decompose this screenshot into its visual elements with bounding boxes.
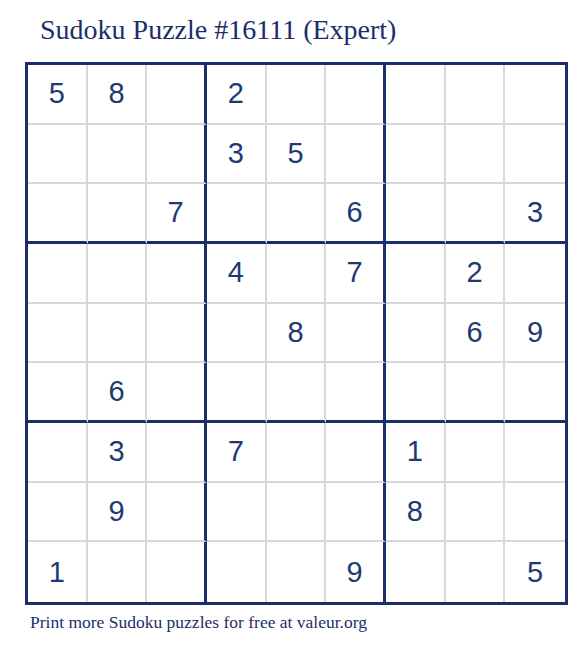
cell-r5c5[interactable]: 8 (267, 304, 327, 364)
cell-r6c8[interactable] (446, 363, 506, 423)
cell-r5c1[interactable] (28, 304, 88, 364)
cell-r2c5[interactable]: 5 (267, 125, 327, 185)
cell-r1c4[interactable]: 2 (207, 65, 267, 125)
cell-r6c7[interactable] (386, 363, 446, 423)
cell-r9c2[interactable] (88, 542, 148, 602)
cell-r5c8[interactable]: 6 (446, 304, 506, 364)
cell-r6c9[interactable] (505, 363, 565, 423)
cell-r3c8[interactable] (446, 184, 506, 244)
cell-r4c1[interactable] (28, 244, 88, 304)
cell-r3c7[interactable] (386, 184, 446, 244)
cell-r5c6[interactable] (326, 304, 386, 364)
cell-r7c3[interactable] (147, 423, 207, 483)
cell-r8c5[interactable] (267, 483, 327, 543)
cell-r7c8[interactable] (446, 423, 506, 483)
cell-r1c2[interactable]: 8 (88, 65, 148, 125)
cell-r1c8[interactable] (446, 65, 506, 125)
cell-r8c7[interactable]: 8 (386, 483, 446, 543)
cell-r6c3[interactable] (147, 363, 207, 423)
cell-r3c2[interactable] (88, 184, 148, 244)
cell-r9c8[interactable] (446, 542, 506, 602)
cell-r3c3[interactable]: 7 (147, 184, 207, 244)
cell-r8c6[interactable] (326, 483, 386, 543)
cell-r6c6[interactable] (326, 363, 386, 423)
cell-r4c6[interactable]: 7 (326, 244, 386, 304)
cell-r5c9[interactable]: 9 (505, 304, 565, 364)
cell-r7c9[interactable] (505, 423, 565, 483)
cell-r9c6[interactable]: 9 (326, 542, 386, 602)
cell-r5c4[interactable] (207, 304, 267, 364)
cell-r4c3[interactable] (147, 244, 207, 304)
cell-r8c3[interactable] (147, 483, 207, 543)
cell-r8c8[interactable] (446, 483, 506, 543)
cell-r2c2[interactable] (88, 125, 148, 185)
cell-r9c9[interactable]: 5 (505, 542, 565, 602)
cell-r7c4[interactable]: 7 (207, 423, 267, 483)
cell-r2c9[interactable] (505, 125, 565, 185)
cell-r4c5[interactable] (267, 244, 327, 304)
cell-r7c2[interactable]: 3 (88, 423, 148, 483)
sudoku-board: 58235763472869637198195 (25, 62, 568, 605)
cell-r3c4[interactable] (207, 184, 267, 244)
cell-r7c6[interactable] (326, 423, 386, 483)
cell-r8c2[interactable]: 9 (88, 483, 148, 543)
cell-r3c5[interactable] (267, 184, 327, 244)
cell-r7c7[interactable]: 1 (386, 423, 446, 483)
cell-r2c8[interactable] (446, 125, 506, 185)
cell-r4c8[interactable]: 2 (446, 244, 506, 304)
cell-r4c7[interactable] (386, 244, 446, 304)
cell-r2c7[interactable] (386, 125, 446, 185)
cell-r3c9[interactable]: 3 (505, 184, 565, 244)
cell-r3c6[interactable]: 6 (326, 184, 386, 244)
cell-r4c9[interactable] (505, 244, 565, 304)
cell-r8c9[interactable] (505, 483, 565, 543)
page: Sudoku Puzzle #16111 (Expert) 5823576347… (0, 0, 580, 651)
cell-r9c4[interactable] (207, 542, 267, 602)
cell-r4c2[interactable] (88, 244, 148, 304)
cell-r8c4[interactable] (207, 483, 267, 543)
cell-r6c5[interactable] (267, 363, 327, 423)
cell-r9c3[interactable] (147, 542, 207, 602)
cell-r5c7[interactable] (386, 304, 446, 364)
cell-r1c7[interactable] (386, 65, 446, 125)
cell-r6c2[interactable]: 6 (88, 363, 148, 423)
cell-r2c3[interactable] (147, 125, 207, 185)
cell-r3c1[interactable] (28, 184, 88, 244)
cell-r2c4[interactable]: 3 (207, 125, 267, 185)
cell-r9c5[interactable] (267, 542, 327, 602)
cell-r6c1[interactable] (28, 363, 88, 423)
page-title: Sudoku Puzzle #16111 (Expert) (40, 14, 396, 46)
cell-r1c5[interactable] (267, 65, 327, 125)
cell-r9c1[interactable]: 1 (28, 542, 88, 602)
cell-r7c1[interactable] (28, 423, 88, 483)
cell-r4c4[interactable]: 4 (207, 244, 267, 304)
cell-r2c6[interactable] (326, 125, 386, 185)
cell-r7c5[interactable] (267, 423, 327, 483)
cell-r1c1[interactable]: 5 (28, 65, 88, 125)
cell-r5c2[interactable] (88, 304, 148, 364)
cell-r1c6[interactable] (326, 65, 386, 125)
cell-r5c3[interactable] (147, 304, 207, 364)
cell-r6c4[interactable] (207, 363, 267, 423)
cell-r1c9[interactable] (505, 65, 565, 125)
footer-text: Print more Sudoku puzzles for free at va… (30, 612, 367, 633)
cell-r2c1[interactable] (28, 125, 88, 185)
cell-r9c7[interactable] (386, 542, 446, 602)
cell-r8c1[interactable] (28, 483, 88, 543)
cell-r1c3[interactable] (147, 65, 207, 125)
